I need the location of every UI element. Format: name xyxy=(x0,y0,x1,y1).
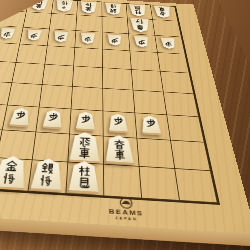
piece-face xyxy=(80,33,95,45)
piece-face xyxy=(30,0,49,10)
piece-gote-pawn[interactable] xyxy=(160,37,177,49)
piece-kanji xyxy=(30,0,49,9)
piece-kanji xyxy=(0,28,16,38)
piece-kanji xyxy=(134,36,150,46)
piece-face xyxy=(75,111,95,129)
piece-sente-pawn[interactable] xyxy=(108,113,128,131)
piece-body xyxy=(160,37,177,49)
piece-gote-bishop[interactable] xyxy=(129,18,151,33)
piece-face xyxy=(134,36,150,48)
piece-kanji xyxy=(68,135,100,160)
piece-body xyxy=(80,33,95,45)
piece-face xyxy=(9,107,31,125)
piece-face xyxy=(54,0,73,12)
piece-face xyxy=(0,28,16,40)
piece-body xyxy=(140,115,161,133)
piece-gote-pawn[interactable] xyxy=(0,28,16,40)
piece-body xyxy=(0,28,16,40)
piece-body xyxy=(105,3,123,15)
piece-face xyxy=(160,37,177,49)
piece-body xyxy=(129,4,148,17)
piece-body xyxy=(30,0,49,10)
piece-kanji xyxy=(9,110,31,125)
piece-face xyxy=(108,113,128,131)
piece-kanji xyxy=(129,18,150,31)
piece-sente-rook[interactable] xyxy=(68,131,100,161)
piece-sente-silver-general[interactable] xyxy=(30,158,64,190)
piece-body xyxy=(153,6,172,19)
piece-kanji xyxy=(80,1,97,11)
piece-face xyxy=(80,1,98,13)
piece-kanji xyxy=(140,118,161,133)
piece-body xyxy=(108,113,128,131)
piece-body xyxy=(75,111,95,129)
piece-face xyxy=(105,3,123,15)
piece-kanji xyxy=(80,33,95,43)
piece-kanji xyxy=(105,3,123,13)
piece-gote-pawn[interactable] xyxy=(53,31,69,43)
piece-sente-pawn[interactable] xyxy=(75,111,95,129)
piece-face xyxy=(153,6,172,19)
piece-face xyxy=(5,0,25,9)
piece-gote-gold-general[interactable] xyxy=(30,0,49,10)
piece-kanji xyxy=(129,4,147,14)
beams-japan-logo: BEAMS JAPAN xyxy=(99,195,155,228)
piece-kanji xyxy=(53,31,69,41)
piece-body xyxy=(134,36,150,48)
piece-face xyxy=(140,115,161,133)
piece-gote-lance[interactable] xyxy=(153,6,172,19)
piece-face xyxy=(68,160,100,192)
piece-gote-silver-general[interactable] xyxy=(5,0,25,9)
piece-body xyxy=(105,134,135,162)
piece-body xyxy=(26,29,43,41)
piece-kanji xyxy=(68,164,100,191)
piece-body xyxy=(54,0,73,12)
piece-face xyxy=(53,31,69,43)
piece-body xyxy=(5,0,25,9)
piece-kanji xyxy=(30,162,64,189)
piece-face xyxy=(105,134,135,162)
piece-kanji xyxy=(55,0,74,10)
piece-sente-knight[interactable] xyxy=(68,160,100,192)
piece-face xyxy=(68,131,100,161)
piece-kanji xyxy=(0,160,29,188)
piece-sente-pawn[interactable] xyxy=(9,107,31,125)
piece-gote-knight[interactable] xyxy=(129,4,148,17)
piece-face xyxy=(26,29,43,41)
piece-body xyxy=(68,160,100,192)
piece-kanji xyxy=(108,116,128,131)
piece-kanji xyxy=(107,35,122,45)
piece-kanji xyxy=(26,30,42,40)
piece-kanji xyxy=(153,6,172,16)
shogi-scene: BEAMS JAPAN xyxy=(0,0,250,250)
piece-gote-king[interactable] xyxy=(54,0,73,12)
piece-kanji xyxy=(5,0,24,7)
piece-body xyxy=(107,34,122,46)
piece-face xyxy=(129,18,151,33)
piece-sente-pawn[interactable] xyxy=(42,109,63,127)
piece-body xyxy=(80,1,98,13)
piece-gote-pawn[interactable] xyxy=(26,29,43,41)
piece-gote-pawn[interactable] xyxy=(80,33,95,45)
piece-kanji xyxy=(75,114,95,129)
piece-body xyxy=(0,155,29,188)
piece-body xyxy=(68,131,100,161)
piece-gote-pawn[interactable] xyxy=(134,36,150,48)
piece-kanji xyxy=(105,138,135,162)
piece-gote-gold-general[interactable] xyxy=(80,1,98,13)
piece-face xyxy=(107,34,122,46)
piece-sente-gold-general[interactable] xyxy=(0,155,29,188)
piece-face xyxy=(30,158,64,190)
piece-kanji xyxy=(42,112,63,127)
piece-kanji xyxy=(160,38,177,48)
piece-sente-lance[interactable] xyxy=(105,134,135,162)
piece-face xyxy=(42,109,63,127)
piece-sente-pawn[interactable] xyxy=(140,115,161,133)
piece-face xyxy=(0,155,29,188)
piece-body xyxy=(42,109,63,127)
piece-gote-pawn[interactable] xyxy=(107,34,122,46)
shogi-board[interactable]: BEAMS JAPAN xyxy=(0,0,250,234)
piece-gote-silver-general[interactable] xyxy=(105,3,123,15)
piece-body xyxy=(129,18,151,33)
piece-body xyxy=(9,107,31,125)
piece-body xyxy=(53,31,69,43)
piece-body xyxy=(30,158,64,190)
piece-face xyxy=(129,4,148,17)
